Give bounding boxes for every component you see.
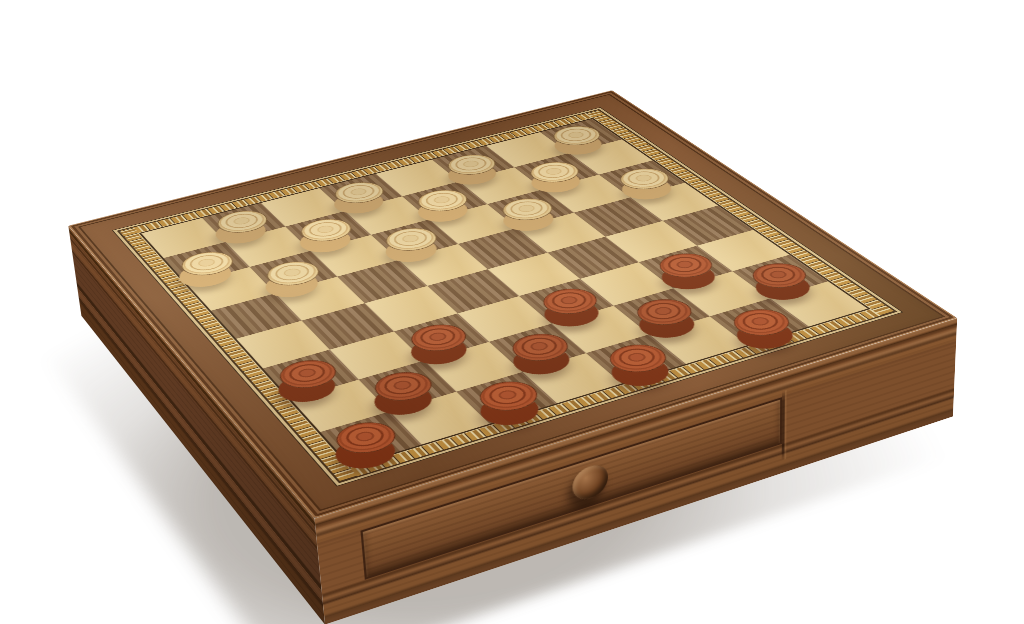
square-r5c3[interactable]	[457, 296, 552, 342]
square-r6c3[interactable]	[489, 324, 586, 372]
red-checker-r5c2[interactable]	[391, 315, 486, 362]
square-r5c2[interactable]	[394, 313, 489, 360]
square-r6c1[interactable]	[358, 361, 456, 412]
square-r7c7[interactable]	[769, 281, 867, 327]
square-r7c5[interactable]	[648, 316, 747, 364]
red-checker-r6c3[interactable]	[492, 323, 589, 371]
red-checker-r6c7[interactable]	[732, 254, 828, 298]
red-checker-r5c4[interactable]	[523, 279, 617, 324]
square-r6c7[interactable]	[732, 255, 828, 299]
square-r6c5[interactable]	[613, 288, 709, 334]
red-checker-r6c5[interactable]	[616, 289, 713, 335]
red-checker-r7c6[interactable]	[712, 299, 811, 346]
square-r4c1[interactable]	[301, 303, 394, 349]
red-checker-r6c1[interactable]	[355, 361, 453, 412]
square-r4c0[interactable]	[236, 321, 329, 369]
square-r6c6[interactable]	[673, 271, 769, 316]
drawer-knob[interactable]	[572, 461, 609, 504]
square-r5c5[interactable]	[579, 262, 673, 306]
red-checker-r5c0[interactable]	[260, 350, 355, 400]
square-r7c4[interactable]	[586, 334, 686, 383]
square-r7c2[interactable]	[456, 372, 556, 424]
square-r7c0[interactable]	[320, 411, 421, 466]
red-checker-r7c0[interactable]	[316, 411, 417, 466]
product-photo-scene	[0, 0, 1024, 624]
square-r4c2[interactable]	[365, 286, 457, 331]
square-r3c0[interactable]	[211, 293, 301, 338]
case-front-joint-seam	[782, 391, 785, 461]
square-r7c3[interactable]	[522, 353, 622, 404]
square-r6c2[interactable]	[424, 342, 522, 391]
scene-perspective-wrapper	[0, 0, 1024, 624]
red-checker-r7c4[interactable]	[588, 334, 688, 383]
square-r3c1[interactable]	[275, 276, 365, 320]
red-checker-r7c2[interactable]	[459, 371, 559, 423]
square-r6c4[interactable]	[552, 306, 649, 353]
square-r7c1[interactable]	[389, 391, 490, 444]
square-r4c3[interactable]	[427, 269, 519, 313]
checkers-case	[68, 90, 957, 518]
square-r6c0[interactable]	[291, 380, 389, 432]
square-r5c4[interactable]	[519, 279, 613, 324]
square-r5c0[interactable]	[263, 350, 358, 400]
square-r7c6[interactable]	[710, 298, 809, 345]
square-r5c1[interactable]	[329, 331, 424, 379]
